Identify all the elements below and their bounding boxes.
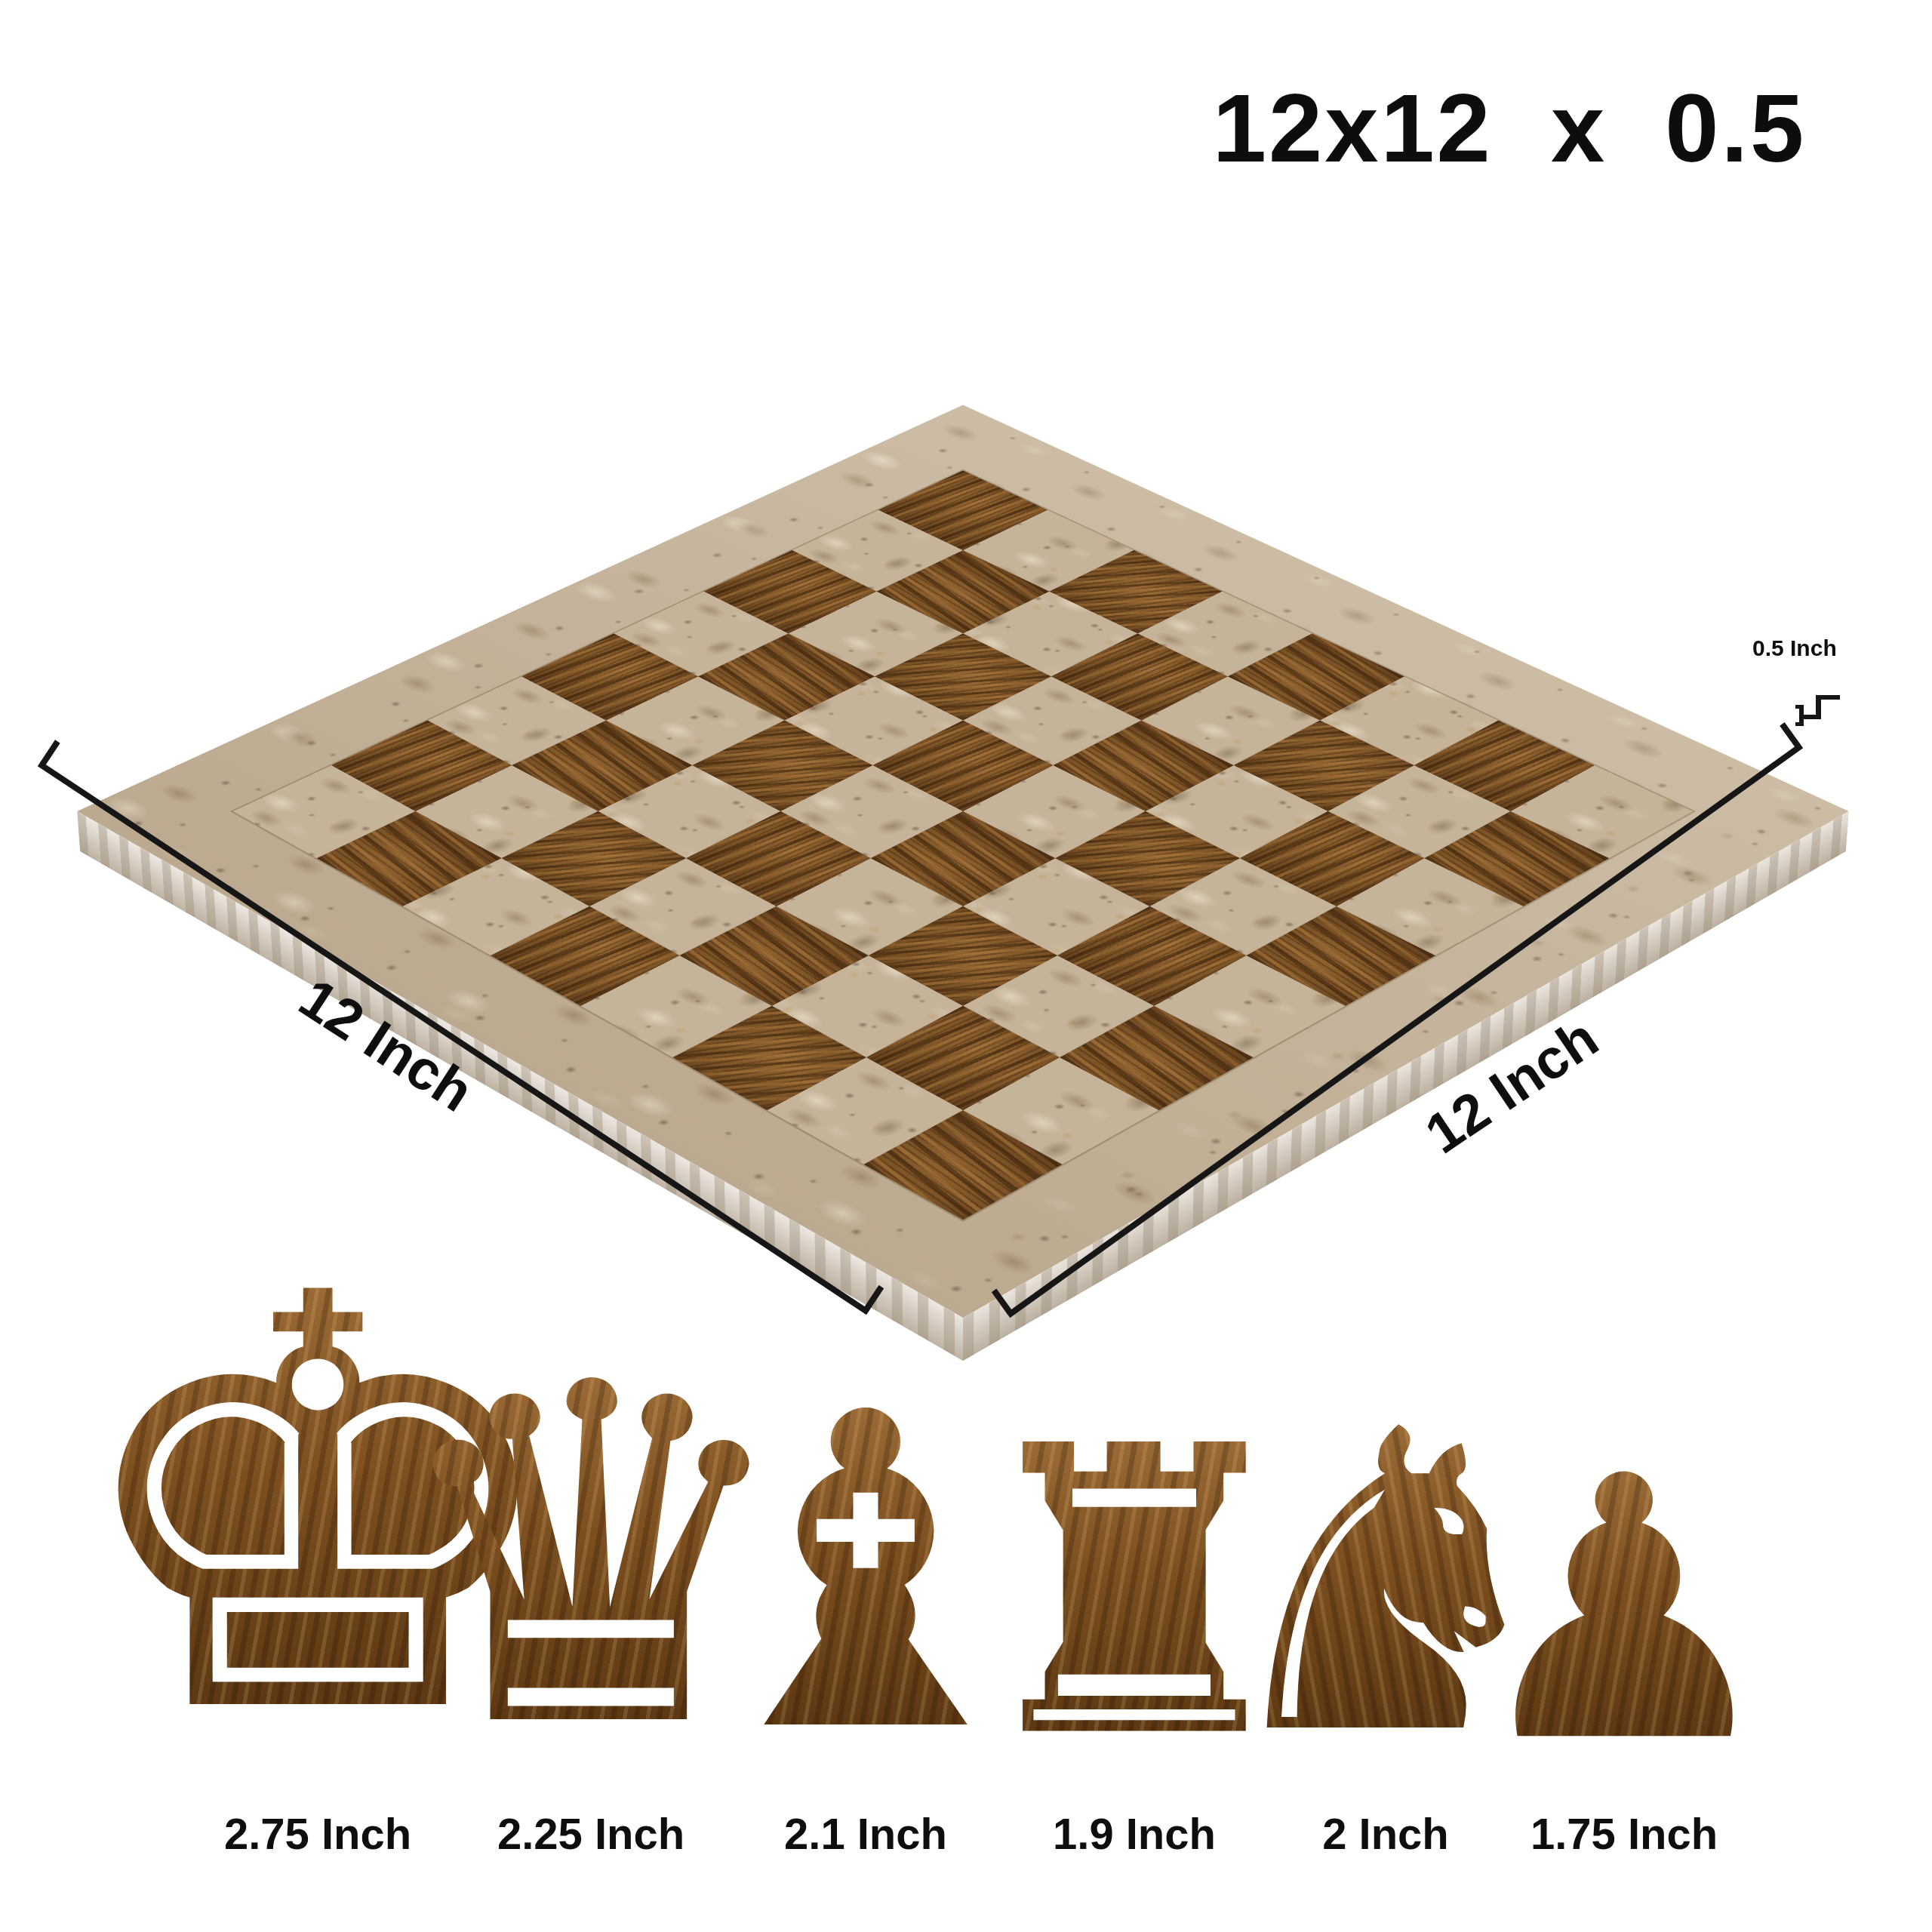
pawn-piece: ♟: [1462, 1429, 1786, 1792]
pawn-height-label: 1.75 Inch: [1531, 1808, 1718, 1859]
square-r6c5: [772, 955, 963, 1057]
square-r5c4: [777, 858, 963, 955]
thickness-bracket-base-bar: [1801, 715, 1821, 719]
square-r4c6: [1057, 906, 1246, 1006]
pawn-icon: ♟: [1462, 1429, 1786, 1792]
square-r3c5: [1055, 811, 1240, 906]
square-r6c2: [502, 811, 687, 906]
size-title: 12x12 x 0.5: [1072, 72, 1932, 183]
square-r2c7: [1337, 858, 1523, 955]
square-r4c5: [963, 858, 1149, 955]
square-r4c7: [1154, 955, 1345, 1057]
square-r3c7: [1246, 906, 1435, 1006]
square-r5c7: [1060, 1006, 1253, 1110]
square-r5c5: [869, 906, 1057, 1006]
square-r7c5: [673, 1006, 866, 1110]
square-r1c7: [1424, 811, 1609, 906]
thickness-bracket-left-bottom-nub: [1795, 722, 1804, 726]
square-r6c7: [963, 1057, 1158, 1164]
queen-height-label: 2.25 Inch: [497, 1808, 685, 1859]
square-r7c3: [491, 906, 679, 1006]
square-r6c4: [680, 906, 869, 1006]
square-r6c3: [589, 858, 776, 955]
square-r7c1: [317, 811, 502, 906]
square-r7c6: [768, 1057, 963, 1164]
thickness-bracket-left-top-nub: [1795, 705, 1804, 709]
rook-height-label: 1.9 Inch: [1053, 1808, 1216, 1859]
thickness-label: 0.5 Inch: [1752, 635, 1930, 661]
square-r3c6: [1149, 858, 1336, 955]
square-r5c6: [963, 955, 1154, 1057]
square-r6c6: [866, 1006, 1060, 1110]
square-r2c6: [1240, 811, 1425, 906]
knight-height-label: 2 Inch: [1322, 1808, 1449, 1859]
square-r7c2: [403, 858, 589, 955]
product-image: 12x12 x 0.5 12 Inch 12 Inch 0.5 Inch ♚ ♛…: [0, 0, 1932, 1932]
square-r5c3: [686, 811, 871, 906]
king-height-label: 2.75 Inch: [224, 1808, 411, 1859]
square-r4c4: [871, 811, 1056, 906]
square-r7c4: [580, 955, 771, 1057]
square-r7c7: [864, 1110, 1063, 1220]
bishop-height-label: 2.1 Inch: [784, 1808, 947, 1859]
